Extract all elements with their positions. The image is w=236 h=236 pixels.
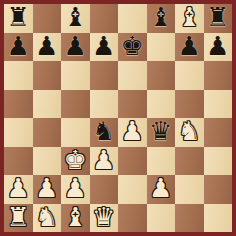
square-b7[interactable]: ♟ — [33, 33, 62, 62]
square-g6[interactable] — [175, 61, 204, 90]
square-h4[interactable] — [204, 118, 233, 147]
square-a4[interactable] — [4, 118, 33, 147]
square-e6[interactable] — [118, 61, 147, 90]
white-rook[interactable]: ♜ — [7, 204, 30, 231]
square-h5[interactable] — [204, 90, 233, 119]
square-f2[interactable]: ♟ — [147, 175, 176, 204]
square-a2[interactable]: ♟ — [4, 175, 33, 204]
black-king[interactable]: ♚ — [121, 33, 144, 60]
square-b1[interactable]: ♞ — [33, 204, 62, 233]
square-b6[interactable] — [33, 61, 62, 90]
square-e3[interactable] — [118, 147, 147, 176]
square-d8[interactable] — [90, 4, 119, 33]
square-g1[interactable] — [175, 204, 204, 233]
square-g3[interactable] — [175, 147, 204, 176]
square-c7[interactable]: ♟ — [61, 33, 90, 62]
square-f3[interactable] — [147, 147, 176, 176]
square-h1[interactable] — [204, 204, 233, 233]
square-f4[interactable]: ♛ — [147, 118, 176, 147]
black-knight[interactable]: ♞ — [92, 118, 115, 145]
white-pawn[interactable]: ♟ — [92, 147, 115, 174]
black-rook[interactable]: ♜ — [7, 4, 30, 31]
white-pawn[interactable]: ♟ — [149, 175, 172, 202]
white-bishop[interactable]: ♝ — [64, 204, 87, 231]
square-g5[interactable] — [175, 90, 204, 119]
square-a8[interactable]: ♜ — [4, 4, 33, 33]
square-f5[interactable] — [147, 90, 176, 119]
black-pawn[interactable]: ♟ — [35, 33, 58, 60]
white-pawn[interactable]: ♟ — [121, 118, 144, 145]
square-e5[interactable] — [118, 90, 147, 119]
white-pawn[interactable]: ♟ — [64, 175, 87, 202]
square-b8[interactable] — [33, 4, 62, 33]
chess-board-frame: ♜♝♝♝♜♟♟♟♟♚♟♟♞♟♛♞♚♟♟♟♟♟♜♞♝♛ — [0, 0, 236, 236]
chess-board: ♜♝♝♝♜♟♟♟♟♚♟♟♞♟♛♞♚♟♟♟♟♟♜♞♝♛ — [4, 4, 232, 232]
square-g8[interactable]: ♝ — [175, 4, 204, 33]
square-h7[interactable]: ♟ — [204, 33, 233, 62]
white-queen[interactable]: ♛ — [92, 204, 115, 231]
square-e2[interactable] — [118, 175, 147, 204]
square-b3[interactable] — [33, 147, 62, 176]
square-d1[interactable]: ♛ — [90, 204, 119, 233]
square-e7[interactable]: ♚ — [118, 33, 147, 62]
black-pawn[interactable]: ♟ — [7, 33, 30, 60]
square-b5[interactable] — [33, 90, 62, 119]
square-c4[interactable] — [61, 118, 90, 147]
square-a3[interactable] — [4, 147, 33, 176]
black-bishop[interactable]: ♝ — [149, 4, 172, 31]
square-d4[interactable]: ♞ — [90, 118, 119, 147]
white-pawn[interactable]: ♟ — [35, 175, 58, 202]
square-c1[interactable]: ♝ — [61, 204, 90, 233]
square-g4[interactable]: ♞ — [175, 118, 204, 147]
square-g2[interactable] — [175, 175, 204, 204]
white-knight[interactable]: ♞ — [178, 118, 201, 145]
square-d6[interactable] — [90, 61, 119, 90]
square-f6[interactable] — [147, 61, 176, 90]
square-c3[interactable]: ♚ — [61, 147, 90, 176]
black-pawn[interactable]: ♟ — [92, 33, 115, 60]
square-c5[interactable] — [61, 90, 90, 119]
black-pawn[interactable]: ♟ — [64, 33, 87, 60]
square-a7[interactable]: ♟ — [4, 33, 33, 62]
square-d2[interactable] — [90, 175, 119, 204]
square-h3[interactable] — [204, 147, 233, 176]
square-b2[interactable]: ♟ — [33, 175, 62, 204]
square-c2[interactable]: ♟ — [61, 175, 90, 204]
square-h8[interactable]: ♜ — [204, 4, 233, 33]
square-c6[interactable] — [61, 61, 90, 90]
square-e8[interactable] — [118, 4, 147, 33]
black-pawn[interactable]: ♟ — [206, 33, 229, 60]
black-queen[interactable]: ♛ — [149, 118, 172, 145]
square-h2[interactable] — [204, 175, 233, 204]
black-pawn[interactable]: ♟ — [178, 33, 201, 60]
square-h6[interactable] — [204, 61, 233, 90]
white-pawn[interactable]: ♟ — [7, 175, 30, 202]
square-a5[interactable] — [4, 90, 33, 119]
square-e4[interactable]: ♟ — [118, 118, 147, 147]
square-b4[interactable] — [33, 118, 62, 147]
square-d7[interactable]: ♟ — [90, 33, 119, 62]
square-e1[interactable] — [118, 204, 147, 233]
square-a6[interactable] — [4, 61, 33, 90]
square-f8[interactable]: ♝ — [147, 4, 176, 33]
square-d5[interactable] — [90, 90, 119, 119]
white-knight[interactable]: ♞ — [35, 204, 58, 231]
square-d3[interactable]: ♟ — [90, 147, 119, 176]
white-king[interactable]: ♚ — [64, 147, 87, 174]
black-bishop[interactable]: ♝ — [64, 4, 87, 31]
square-g7[interactable]: ♟ — [175, 33, 204, 62]
white-bishop[interactable]: ♝ — [178, 4, 201, 31]
square-f7[interactable] — [147, 33, 176, 62]
square-c8[interactable]: ♝ — [61, 4, 90, 33]
square-a1[interactable]: ♜ — [4, 204, 33, 233]
square-f1[interactable] — [147, 204, 176, 233]
black-rook[interactable]: ♜ — [206, 4, 229, 31]
